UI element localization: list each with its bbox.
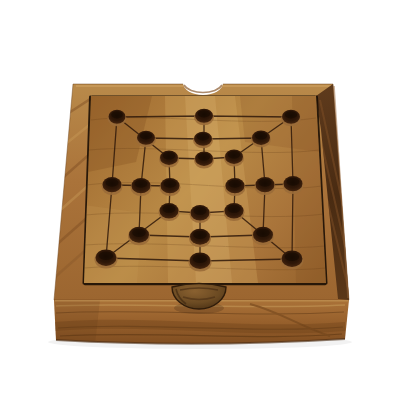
drawer-knob[interactable] xyxy=(172,284,226,315)
morris-box xyxy=(0,0,416,416)
finger-notch xyxy=(183,71,223,95)
board-surface xyxy=(84,96,326,283)
product-photo xyxy=(0,0,416,416)
